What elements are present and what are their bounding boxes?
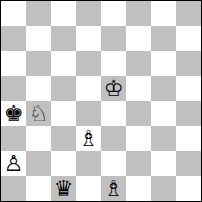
square-d8[interactable] <box>76 1 101 26</box>
square-g7[interactable] <box>151 26 176 51</box>
square-a3[interactable] <box>1 126 26 151</box>
square-d1[interactable] <box>76 176 101 201</box>
square-g4[interactable] <box>151 101 176 126</box>
square-a1[interactable] <box>1 176 26 201</box>
square-g1[interactable] <box>151 176 176 201</box>
square-h2[interactable] <box>176 151 201 176</box>
square-e5[interactable]: ♔ <box>101 76 126 101</box>
square-a2[interactable]: ♙ <box>1 151 26 176</box>
square-h4[interactable] <box>176 101 201 126</box>
square-b5[interactable] <box>26 76 51 101</box>
square-a8[interactable] <box>1 1 26 26</box>
square-g8[interactable] <box>151 1 176 26</box>
square-f1[interactable] <box>126 176 151 201</box>
square-f6[interactable] <box>126 51 151 76</box>
square-b1[interactable] <box>26 176 51 201</box>
square-b6[interactable] <box>26 51 51 76</box>
square-c6[interactable] <box>51 51 76 76</box>
square-b8[interactable] <box>26 1 51 26</box>
square-e3[interactable] <box>101 126 126 151</box>
square-b3[interactable] <box>26 126 51 151</box>
square-a5[interactable] <box>1 76 26 101</box>
square-h7[interactable] <box>176 26 201 51</box>
square-e2[interactable] <box>101 151 126 176</box>
square-c1[interactable]: ♛ <box>51 176 76 201</box>
chess-board: ♔♚♘♗♙♛♗ <box>0 0 202 202</box>
piece-white-king[interactable]: ♔ <box>104 76 124 101</box>
square-g3[interactable] <box>151 126 176 151</box>
piece-white-knight[interactable]: ♘ <box>29 101 49 126</box>
square-f7[interactable] <box>126 26 151 51</box>
square-h5[interactable] <box>176 76 201 101</box>
piece-white-pawn[interactable]: ♙ <box>4 151 24 176</box>
square-d7[interactable] <box>76 26 101 51</box>
square-d6[interactable] <box>76 51 101 76</box>
square-c5[interactable] <box>51 76 76 101</box>
square-f5[interactable] <box>126 76 151 101</box>
square-h6[interactable] <box>176 51 201 76</box>
square-f4[interactable] <box>126 101 151 126</box>
square-a4[interactable]: ♚ <box>1 101 26 126</box>
square-a7[interactable] <box>1 26 26 51</box>
square-c8[interactable] <box>51 1 76 26</box>
piece-black-king[interactable]: ♚ <box>4 101 24 126</box>
square-b2[interactable] <box>26 151 51 176</box>
piece-white-bishop[interactable]: ♗ <box>104 176 124 201</box>
square-e1[interactable]: ♗ <box>101 176 126 201</box>
square-b7[interactable] <box>26 26 51 51</box>
square-c2[interactable] <box>51 151 76 176</box>
square-c4[interactable] <box>51 101 76 126</box>
square-d5[interactable] <box>76 76 101 101</box>
square-g2[interactable] <box>151 151 176 176</box>
square-d3[interactable]: ♗ <box>76 126 101 151</box>
square-e7[interactable] <box>101 26 126 51</box>
square-e4[interactable] <box>101 101 126 126</box>
square-f3[interactable] <box>126 126 151 151</box>
square-b4[interactable]: ♘ <box>26 101 51 126</box>
square-h1[interactable] <box>176 176 201 201</box>
square-g6[interactable] <box>151 51 176 76</box>
square-h3[interactable] <box>176 126 201 151</box>
square-e6[interactable] <box>101 51 126 76</box>
square-g5[interactable] <box>151 76 176 101</box>
square-e8[interactable] <box>101 1 126 26</box>
square-a6[interactable] <box>1 51 26 76</box>
square-f2[interactable] <box>126 151 151 176</box>
square-d2[interactable] <box>76 151 101 176</box>
square-d4[interactable] <box>76 101 101 126</box>
square-h8[interactable] <box>176 1 201 26</box>
piece-white-bishop[interactable]: ♗ <box>79 126 99 151</box>
square-f8[interactable] <box>126 1 151 26</box>
square-c7[interactable] <box>51 26 76 51</box>
square-c3[interactable] <box>51 126 76 151</box>
piece-black-queen[interactable]: ♛ <box>54 176 74 201</box>
